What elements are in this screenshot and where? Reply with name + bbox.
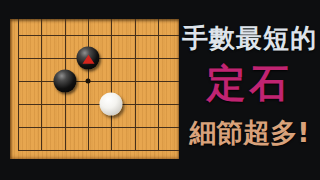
grid-horizontal-line — [18, 81, 179, 82]
caption-line-1: 手數最短的 — [179, 24, 320, 52]
grid-vertical-line — [41, 19, 42, 151]
grid-horizontal-line — [18, 104, 179, 105]
caption-line-3: 細節超多! — [179, 118, 320, 148]
grid-vertical-line — [88, 19, 89, 151]
grid-horizontal-line — [18, 127, 179, 128]
white-stone — [100, 93, 123, 116]
grid-vertical-line — [18, 19, 19, 151]
black-stone — [77, 47, 100, 70]
black-stone — [54, 70, 77, 93]
grid-vertical-line — [158, 19, 159, 151]
go-board — [10, 19, 179, 159]
caption-line-2: 定石 — [179, 63, 320, 105]
star-point — [86, 79, 91, 84]
last-move-triangle-icon — [82, 54, 94, 63]
grid-vertical-line — [111, 19, 112, 151]
grid-horizontal-line — [18, 35, 179, 36]
caption-panel: 手數最短的 定石 細節超多! — [179, 0, 320, 180]
grid-horizontal-line — [18, 150, 179, 151]
grid-vertical-line — [135, 19, 136, 151]
